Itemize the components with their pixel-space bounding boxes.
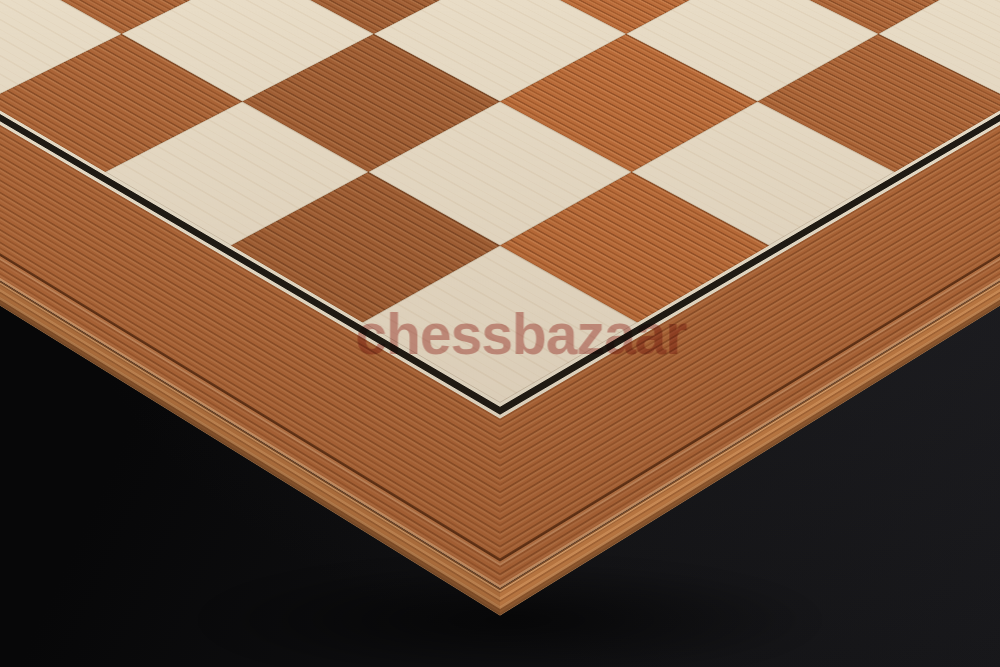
square-f4 <box>500 0 747 34</box>
border-strip-lower-left <box>0 0 1000 588</box>
lighting-overlay <box>0 0 1000 588</box>
board-top-face <box>0 0 1000 588</box>
square-g2 <box>368 101 631 245</box>
border-groove-line <box>0 0 1000 562</box>
square-e2 <box>122 0 374 101</box>
square-f3 <box>374 0 626 101</box>
square-h6 <box>994 0 1000 34</box>
square-f1 <box>105 101 368 245</box>
square-h2 <box>500 172 769 322</box>
square-e1 <box>0 34 242 172</box>
border-groove-highlight <box>0 0 1000 566</box>
inlay-trim-inner <box>0 0 1000 407</box>
square-h3 <box>632 101 895 245</box>
inlay-black-line <box>0 0 1000 415</box>
border-strip-left <box>0 0 1000 588</box>
photo-canvas: chessbazaar <box>0 0 1000 667</box>
square-c1 <box>0 0 6 34</box>
square-g3 <box>500 34 758 172</box>
square-e3 <box>253 0 500 34</box>
square-d1 <box>0 0 122 101</box>
square-h1 <box>362 246 637 403</box>
square-h5 <box>878 0 1000 101</box>
border-strip-lower-right <box>0 0 1000 588</box>
playing-field <box>0 0 1000 403</box>
border-edge-highlight <box>0 0 1000 588</box>
square-d2 <box>6 0 253 34</box>
border-strip-far <box>0 0 1000 588</box>
square-h4 <box>758 34 1000 172</box>
inlay-trim-outer <box>0 0 1000 419</box>
square-f2 <box>242 34 500 172</box>
chessboard <box>0 0 1000 588</box>
square-g5 <box>747 0 994 34</box>
square-g1 <box>231 172 500 322</box>
square-g4 <box>626 0 878 101</box>
